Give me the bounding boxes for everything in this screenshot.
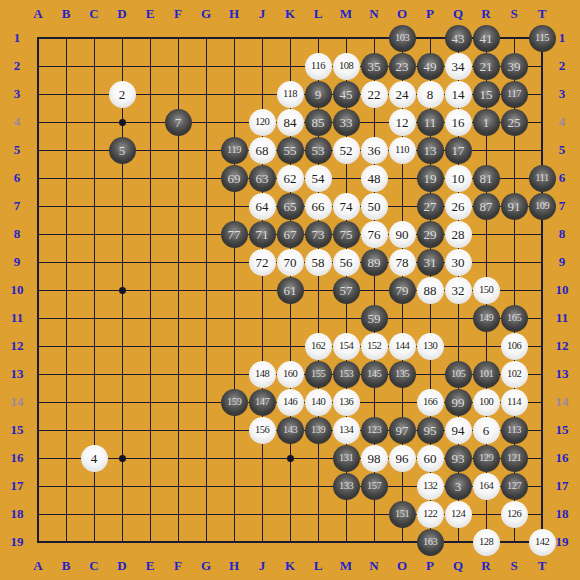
move-number: 5: [119, 144, 126, 157]
stone-white-50-N7[interactable]: 50: [361, 193, 388, 220]
stone-black-57-M10[interactable]: 57: [333, 277, 360, 304]
move-number: 55: [284, 144, 297, 157]
move-number: 99: [452, 396, 465, 409]
move-number: 25: [508, 116, 521, 129]
stone-black-145-N13[interactable]: 145: [361, 361, 388, 388]
stone-black-115-T1[interactable]: 115: [529, 25, 556, 52]
stone-black-97-O15[interactable]: 97: [389, 417, 416, 444]
move-number: 151: [395, 509, 409, 520]
stone-black-77-H8[interactable]: 77: [221, 221, 248, 248]
column-label-top-O: O: [388, 6, 416, 22]
column-label-top-M: M: [332, 6, 360, 22]
stone-white-130-P12[interactable]: 130: [417, 333, 444, 360]
move-number: 119: [227, 145, 241, 156]
move-number: 155: [311, 369, 325, 380]
hoshi-point-D10: [119, 287, 126, 294]
move-number: 136: [339, 397, 353, 408]
stone-white-68-J5[interactable]: 68: [249, 137, 276, 164]
stone-white-98-N16[interactable]: 98: [361, 445, 388, 472]
stone-black-49-P2[interactable]: 49: [417, 53, 444, 80]
stone-black-149-R11[interactable]: 149: [473, 305, 500, 332]
stone-white-14-Q3[interactable]: 14: [445, 81, 472, 108]
column-label-bottom-G: G: [192, 558, 220, 574]
stone-black-45-M3[interactable]: 45: [333, 81, 360, 108]
move-number: 35: [368, 60, 381, 73]
stone-white-96-O16[interactable]: 96: [389, 445, 416, 472]
stone-white-148-J13[interactable]: 148: [249, 361, 276, 388]
hoshi-point-D16: [119, 455, 126, 462]
stone-black-123-N15[interactable]: 123: [361, 417, 388, 444]
stone-white-26-Q7[interactable]: 26: [445, 193, 472, 220]
stone-white-128-R19[interactable]: 128: [473, 529, 500, 556]
stone-white-74-M7[interactable]: 74: [333, 193, 360, 220]
move-number: 23: [396, 60, 409, 73]
move-number: 97: [396, 424, 409, 437]
move-number: 13: [424, 144, 437, 157]
stone-white-72-J9[interactable]: 72: [249, 249, 276, 276]
stone-white-146-K14[interactable]: 146: [277, 389, 304, 416]
column-label-bottom-B: B: [52, 558, 80, 574]
column-label-top-Q: Q: [444, 6, 472, 22]
stone-black-103-O1[interactable]: 103: [389, 25, 416, 52]
stone-black-81-R6[interactable]: 81: [473, 165, 500, 192]
column-label-bottom-Q: Q: [444, 558, 472, 574]
move-number: 28: [452, 228, 465, 241]
move-number: 96: [396, 452, 409, 465]
move-number: 78: [396, 256, 409, 269]
stone-white-162-L12[interactable]: 162: [305, 333, 332, 360]
column-label-top-E: E: [136, 6, 164, 22]
stone-black-15-R3[interactable]: 15: [473, 81, 500, 108]
stone-white-116-L2[interactable]: 116: [305, 53, 332, 80]
move-number: 57: [340, 284, 353, 297]
move-number: 7: [175, 116, 182, 129]
move-number: 91: [508, 200, 521, 213]
column-label-bottom-T: T: [528, 558, 556, 574]
move-number: 150: [479, 285, 493, 296]
move-number: 81: [480, 172, 493, 185]
stone-black-85-L4[interactable]: 85: [305, 109, 332, 136]
stone-white-2-D3[interactable]: 2: [109, 81, 136, 108]
move-number: 4: [91, 452, 98, 465]
move-number: 129: [479, 453, 493, 464]
stone-black-31-P9[interactable]: 31: [417, 249, 444, 276]
move-number: 34: [452, 60, 465, 73]
move-number: 94: [452, 424, 465, 437]
stone-white-54-L6[interactable]: 54: [305, 165, 332, 192]
move-number: 144: [395, 341, 409, 352]
move-number: 166: [423, 397, 437, 408]
stone-black-1-R4[interactable]: 1: [473, 109, 500, 136]
move-number: 69: [228, 172, 241, 185]
stone-black-5-D5[interactable]: 5: [109, 137, 136, 164]
move-number: 84: [284, 116, 297, 129]
stone-black-33-M4[interactable]: 33: [333, 109, 360, 136]
move-number: 105: [451, 369, 465, 380]
stone-white-100-R14[interactable]: 100: [473, 389, 500, 416]
move-number: 165: [507, 313, 521, 324]
move-number: 49: [424, 60, 437, 73]
column-label-bottom-C: C: [80, 558, 108, 574]
stone-white-76-N8[interactable]: 76: [361, 221, 388, 248]
move-number: 72: [256, 256, 269, 269]
stone-black-13-P5[interactable]: 13: [417, 137, 444, 164]
stone-white-124-Q18[interactable]: 124: [445, 501, 472, 528]
move-number: 3: [455, 480, 462, 493]
stone-white-70-K9[interactable]: 70: [277, 249, 304, 276]
stone-white-94-Q15[interactable]: 94: [445, 417, 472, 444]
move-number: 127: [507, 481, 521, 492]
stone-white-90-O8[interactable]: 90: [389, 221, 416, 248]
stone-white-52-M5[interactable]: 52: [333, 137, 360, 164]
column-label-bottom-P: P: [416, 558, 444, 574]
move-number: 59: [368, 312, 381, 325]
stone-white-78-O9[interactable]: 78: [389, 249, 416, 276]
stone-black-19-P6[interactable]: 19: [417, 165, 444, 192]
move-number: 33: [340, 116, 353, 129]
move-number: 103: [395, 33, 409, 44]
move-number: 146: [283, 397, 297, 408]
stone-white-132-P17[interactable]: 132: [417, 473, 444, 500]
move-number: 16: [452, 116, 465, 129]
stone-black-71-J8[interactable]: 71: [249, 221, 276, 248]
stone-black-17-Q5[interactable]: 17: [445, 137, 472, 164]
move-number: 70: [284, 256, 297, 269]
move-number: 159: [227, 397, 241, 408]
move-number: 93: [452, 452, 465, 465]
stone-white-136-M14[interactable]: 136: [333, 389, 360, 416]
stone-white-58-L9[interactable]: 58: [305, 249, 332, 276]
move-number: 126: [507, 509, 521, 520]
stone-white-62-K6[interactable]: 62: [277, 165, 304, 192]
stone-black-59-N11[interactable]: 59: [361, 305, 388, 332]
stone-black-119-H5[interactable]: 119: [221, 137, 248, 164]
stone-white-108-M2[interactable]: 108: [333, 53, 360, 80]
column-label-top-S: S: [500, 6, 528, 22]
stone-white-28-Q8[interactable]: 28: [445, 221, 472, 248]
stone-black-11-P4[interactable]: 11: [417, 109, 444, 136]
move-number: 124: [451, 509, 465, 520]
move-number: 116: [311, 61, 325, 72]
stone-black-23-O2[interactable]: 23: [389, 53, 416, 80]
column-label-bottom-A: A: [24, 558, 52, 574]
stone-white-134-M15[interactable]: 134: [333, 417, 360, 444]
go-board[interactable]: 1234567891011121314151617192122232425262…: [24, 24, 556, 556]
column-label-top-T: T: [528, 6, 556, 22]
stone-black-165-S11[interactable]: 165: [501, 305, 528, 332]
stone-black-53-L5[interactable]: 53: [305, 137, 332, 164]
stone-black-131-M16[interactable]: 131: [333, 445, 360, 472]
move-number: 142: [535, 537, 549, 548]
stone-white-120-J4[interactable]: 120: [249, 109, 276, 136]
move-number: 1: [483, 116, 490, 129]
stone-black-101-R13[interactable]: 101: [473, 361, 500, 388]
stone-black-63-J6[interactable]: 63: [249, 165, 276, 192]
column-label-bottom-N: N: [360, 558, 388, 574]
move-number: 32: [452, 284, 465, 297]
column-label-top-B: B: [52, 6, 80, 22]
stone-white-24-O3[interactable]: 24: [389, 81, 416, 108]
move-number: 131: [339, 453, 353, 464]
stone-black-157-N17[interactable]: 157: [361, 473, 388, 500]
stone-black-91-S7[interactable]: 91: [501, 193, 528, 220]
move-number: 43: [452, 32, 465, 45]
move-number: 154: [339, 341, 353, 352]
move-number: 109: [535, 201, 549, 212]
move-number: 90: [396, 228, 409, 241]
move-number: 118: [283, 89, 297, 100]
stone-black-127-S17[interactable]: 127: [501, 473, 528, 500]
move-number: 2: [119, 88, 126, 101]
stone-white-8-P3[interactable]: 8: [417, 81, 444, 108]
stone-black-121-S16[interactable]: 121: [501, 445, 528, 472]
stone-white-152-N12[interactable]: 152: [361, 333, 388, 360]
move-number: 85: [312, 116, 325, 129]
column-label-bottom-H: H: [220, 558, 248, 574]
move-number: 39: [508, 60, 521, 73]
hoshi-point-K16: [287, 455, 294, 462]
move-number: 101: [479, 369, 493, 380]
move-number: 133: [339, 481, 353, 492]
stone-white-4-C16[interactable]: 4: [81, 445, 108, 472]
column-label-top-C: C: [80, 6, 108, 22]
move-number: 153: [339, 369, 353, 380]
move-number: 64: [256, 200, 269, 213]
move-number: 113: [507, 425, 521, 436]
move-number: 41: [480, 32, 493, 45]
stone-black-159-H14[interactable]: 159: [221, 389, 248, 416]
stone-black-133-M17[interactable]: 133: [333, 473, 360, 500]
stone-black-7-F4[interactable]: 7: [165, 109, 192, 136]
stone-black-109-T7[interactable]: 109: [529, 193, 556, 220]
stone-white-160-K13[interactable]: 160: [277, 361, 304, 388]
stone-black-69-H6[interactable]: 69: [221, 165, 248, 192]
move-number: 68: [256, 144, 269, 157]
stone-black-73-L8[interactable]: 73: [305, 221, 332, 248]
move-number: 79: [396, 284, 409, 297]
stone-black-3-Q17[interactable]: 3: [445, 473, 472, 500]
move-number: 134: [339, 425, 353, 436]
column-label-bottom-J: J: [248, 558, 276, 574]
stone-white-102-S13[interactable]: 102: [501, 361, 528, 388]
stone-white-84-K4[interactable]: 84: [277, 109, 304, 136]
move-number: 27: [424, 200, 437, 213]
stone-white-6-R15[interactable]: 6: [473, 417, 500, 444]
column-label-top-P: P: [416, 6, 444, 22]
stone-white-60-P16[interactable]: 60: [417, 445, 444, 472]
stone-black-27-P7[interactable]: 27: [417, 193, 444, 220]
stone-black-21-R2[interactable]: 21: [473, 53, 500, 80]
move-number: 76: [368, 228, 381, 241]
move-number: 156: [255, 425, 269, 436]
move-number: 10: [452, 172, 465, 185]
column-label-top-L: L: [304, 6, 332, 22]
move-number: 148: [255, 369, 269, 380]
move-number: 29: [424, 228, 437, 241]
stone-white-156-J15[interactable]: 156: [249, 417, 276, 444]
move-number: 15: [480, 88, 493, 101]
column-label-top-D: D: [108, 6, 136, 22]
move-number: 77: [228, 228, 241, 241]
stone-black-43-Q1[interactable]: 43: [445, 25, 472, 52]
move-number: 58: [312, 256, 325, 269]
stone-black-163-P19[interactable]: 163: [417, 529, 444, 556]
move-number: 26: [452, 200, 465, 213]
stone-white-30-Q9[interactable]: 30: [445, 249, 472, 276]
stone-white-36-N5[interactable]: 36: [361, 137, 388, 164]
move-number: 66: [312, 200, 325, 213]
move-number: 71: [256, 228, 269, 241]
stone-white-88-P10[interactable]: 88: [417, 277, 444, 304]
move-number: 87: [480, 200, 493, 213]
move-number: 22: [368, 88, 381, 101]
stone-black-39-S2[interactable]: 39: [501, 53, 528, 80]
go-kifu-diagram: AABBCCDDEEFFGGHHJJKKLLMMNNOOPPQQRRSSTT11…: [0, 0, 580, 580]
stone-black-75-M8[interactable]: 75: [333, 221, 360, 248]
stone-white-122-P18[interactable]: 122: [417, 501, 444, 528]
move-number: 120: [255, 117, 269, 128]
move-number: 152: [367, 341, 381, 352]
move-number: 50: [368, 200, 381, 213]
stone-white-142-T19[interactable]: 142: [529, 529, 556, 556]
stone-black-61-K10[interactable]: 61: [277, 277, 304, 304]
stone-black-99-Q14[interactable]: 99: [445, 389, 472, 416]
move-number: 106: [507, 341, 521, 352]
stone-black-35-N2[interactable]: 35: [361, 53, 388, 80]
move-number: 48: [368, 172, 381, 185]
column-label-bottom-F: F: [164, 558, 192, 574]
stone-black-147-J14[interactable]: 147: [249, 389, 276, 416]
stone-black-87-R7[interactable]: 87: [473, 193, 500, 220]
move-number: 30: [452, 256, 465, 269]
stone-black-29-P8[interactable]: 29: [417, 221, 444, 248]
stone-black-105-Q13[interactable]: 105: [445, 361, 472, 388]
column-label-top-F: F: [164, 6, 192, 22]
stone-white-126-S18[interactable]: 126: [501, 501, 528, 528]
column-label-top-J: J: [248, 6, 276, 22]
stone-white-140-L14[interactable]: 140: [305, 389, 332, 416]
hoshi-point-D4: [119, 119, 126, 126]
move-number: 111: [535, 173, 548, 184]
move-number: 56: [340, 256, 353, 269]
move-number: 19: [424, 172, 437, 185]
stone-white-154-M12[interactable]: 154: [333, 333, 360, 360]
stone-white-16-Q4[interactable]: 16: [445, 109, 472, 136]
move-number: 100: [479, 397, 493, 408]
stone-black-89-N9[interactable]: 89: [361, 249, 388, 276]
move-number: 11: [424, 116, 437, 129]
column-label-bottom-O: O: [388, 558, 416, 574]
move-number: 110: [395, 145, 409, 156]
move-number: 117: [507, 89, 521, 100]
stone-black-153-M13[interactable]: 153: [333, 361, 360, 388]
move-number: 140: [311, 397, 325, 408]
move-number: 75: [340, 228, 353, 241]
move-number: 31: [424, 256, 437, 269]
stone-white-118-K3[interactable]: 118: [277, 81, 304, 108]
column-label-bottom-K: K: [276, 558, 304, 574]
stone-white-150-R10[interactable]: 150: [473, 277, 500, 304]
move-number: 143: [283, 425, 297, 436]
stone-white-12-O4[interactable]: 12: [389, 109, 416, 136]
move-number: 12: [396, 116, 409, 129]
stone-white-166-P14[interactable]: 166: [417, 389, 444, 416]
stone-black-155-L13[interactable]: 155: [305, 361, 332, 388]
stone-white-144-O12[interactable]: 144: [389, 333, 416, 360]
stone-black-117-S3[interactable]: 117: [501, 81, 528, 108]
move-number: 74: [340, 200, 353, 213]
stone-black-93-Q16[interactable]: 93: [445, 445, 472, 472]
stone-black-9-L3[interactable]: 9: [305, 81, 332, 108]
stone-white-114-S14[interactable]: 114: [501, 389, 528, 416]
stone-white-164-R17[interactable]: 164: [473, 473, 500, 500]
stone-black-25-S4[interactable]: 25: [501, 109, 528, 136]
move-number: 121: [507, 453, 521, 464]
move-number: 122: [423, 509, 437, 520]
column-label-top-H: H: [220, 6, 248, 22]
column-label-top-A: A: [24, 6, 52, 22]
move-number: 114: [507, 397, 521, 408]
column-label-top-G: G: [192, 6, 220, 22]
stone-black-113-S15[interactable]: 113: [501, 417, 528, 444]
stone-black-139-L15[interactable]: 139: [305, 417, 332, 444]
move-number: 145: [367, 369, 381, 380]
stone-white-66-L7[interactable]: 66: [305, 193, 332, 220]
move-number: 9: [315, 88, 322, 101]
stone-white-34-Q2[interactable]: 34: [445, 53, 472, 80]
stone-black-95-P15[interactable]: 95: [417, 417, 444, 444]
stone-black-79-O10[interactable]: 79: [389, 277, 416, 304]
stone-black-111-T6[interactable]: 111: [529, 165, 556, 192]
stone-black-55-K5[interactable]: 55: [277, 137, 304, 164]
move-number: 36: [368, 144, 381, 157]
move-number: 128: [479, 537, 493, 548]
stone-black-65-K7[interactable]: 65: [277, 193, 304, 220]
stone-white-110-O5[interactable]: 110: [389, 137, 416, 164]
stone-black-151-O18[interactable]: 151: [389, 501, 416, 528]
stone-black-143-K15[interactable]: 143: [277, 417, 304, 444]
stone-white-64-J7[interactable]: 64: [249, 193, 276, 220]
move-number: 52: [340, 144, 353, 157]
move-number: 61: [284, 284, 297, 297]
move-number: 123: [367, 425, 381, 436]
column-label-bottom-D: D: [108, 558, 136, 574]
move-number: 95: [424, 424, 437, 437]
stone-black-41-R1[interactable]: 41: [473, 25, 500, 52]
move-number: 115: [535, 33, 549, 44]
move-number: 160: [283, 369, 297, 380]
move-number: 132: [423, 481, 437, 492]
move-number: 147: [255, 397, 269, 408]
column-label-bottom-R: R: [472, 558, 500, 574]
move-number: 67: [284, 228, 297, 241]
stone-white-106-S12[interactable]: 106: [501, 333, 528, 360]
column-label-bottom-L: L: [304, 558, 332, 574]
stone-black-129-R16[interactable]: 129: [473, 445, 500, 472]
move-number: 98: [368, 452, 381, 465]
stone-white-48-N6[interactable]: 48: [361, 165, 388, 192]
move-number: 21: [480, 60, 493, 73]
move-number: 102: [507, 369, 521, 380]
stone-white-32-Q10[interactable]: 32: [445, 277, 472, 304]
stone-white-10-Q6[interactable]: 10: [445, 165, 472, 192]
stone-black-67-K8[interactable]: 67: [277, 221, 304, 248]
stone-white-56-M9[interactable]: 56: [333, 249, 360, 276]
stone-white-22-N3[interactable]: 22: [361, 81, 388, 108]
move-number: 45: [340, 88, 353, 101]
stone-black-135-O13[interactable]: 135: [389, 361, 416, 388]
column-label-bottom-S: S: [500, 558, 528, 574]
